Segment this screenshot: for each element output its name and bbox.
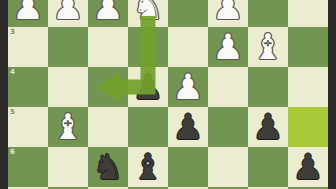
square-b5[interactable]: ♟ (248, 107, 288, 147)
square-d4[interactable]: ♟ (168, 67, 208, 107)
white-pawn-f2-piece[interactable]: ♟ (88, 0, 128, 27)
square-c7[interactable] (208, 187, 248, 189)
square-a7[interactable] (288, 187, 328, 189)
rank-label-5: 5 (10, 108, 15, 116)
square-c3[interactable]: ♟ (208, 27, 248, 67)
square-g5[interactable]: ♝ (48, 107, 88, 147)
square-g2[interactable]: ♟ (48, 0, 88, 27)
white-bishop-g5-piece[interactable]: ♝ (48, 107, 88, 147)
square-a2[interactable] (288, 0, 328, 27)
square-h7[interactable]: 7 (8, 187, 48, 189)
square-e5[interactable] (128, 107, 168, 147)
black-bishop-e6-piece[interactable]: ♝ (128, 147, 168, 187)
white-pawn-d4-piece[interactable]: ♟ (168, 67, 208, 107)
white-knight-e2-piece[interactable]: ♞ (128, 0, 168, 27)
square-d6[interactable] (168, 147, 208, 187)
black-pawn-b5-piece[interactable]: ♟ (248, 107, 288, 147)
square-d3[interactable] (168, 27, 208, 67)
white-pawn-c3-piece[interactable]: ♟ (208, 27, 248, 67)
square-d5[interactable]: ♟ (168, 107, 208, 147)
square-a6[interactable]: ♟ (288, 147, 328, 187)
square-b6[interactable] (248, 147, 288, 187)
square-f3[interactable] (88, 27, 128, 67)
black-knight-f6-piece[interactable]: ♞ (88, 147, 128, 187)
rank-label-6: 6 (10, 148, 15, 156)
square-c2[interactable]: ♟ (208, 0, 248, 27)
square-g4[interactable] (48, 67, 88, 107)
black-pawn-e4-piece[interactable]: ♟ (128, 67, 168, 107)
rank-label-4: 4 (10, 68, 15, 76)
rank-label-7: 7 (10, 188, 15, 189)
white-pawn-c2-piece[interactable]: ♟ (208, 0, 248, 27)
square-b4[interactable] (248, 67, 288, 107)
square-f6[interactable]: ♞ (88, 147, 128, 187)
square-d2[interactable] (168, 0, 208, 27)
square-h5[interactable]: 5 (8, 107, 48, 147)
square-g6[interactable] (48, 147, 88, 187)
square-f5[interactable] (88, 107, 128, 147)
square-e7[interactable] (128, 187, 168, 189)
square-a3[interactable] (288, 27, 328, 67)
square-e6[interactable]: ♝ (128, 147, 168, 187)
square-e2[interactable]: ♞ (128, 0, 168, 27)
square-c4[interactable] (208, 67, 248, 107)
rank-label-3: 3 (10, 28, 15, 36)
square-e3[interactable] (128, 27, 168, 67)
square-h2[interactable]: ♟ (8, 0, 48, 27)
square-f2[interactable]: ♟ (88, 0, 128, 27)
black-pawn-a6-piece[interactable]: ♟ (288, 147, 328, 187)
square-f4[interactable] (88, 67, 128, 107)
square-g7[interactable] (48, 187, 88, 189)
square-b7[interactable] (248, 187, 288, 189)
square-c6[interactable] (208, 147, 248, 187)
square-b3[interactable]: ♝ (248, 27, 288, 67)
square-h6[interactable]: 6 (8, 147, 48, 187)
square-h3[interactable]: 3 (8, 27, 48, 67)
white-pawn-g2-piece[interactable]: ♟ (48, 0, 88, 27)
white-pawn-h2-piece[interactable]: ♟ (8, 0, 48, 27)
square-a4[interactable] (288, 67, 328, 107)
chess-board: ♟♟♟♞♟3♟♝4♟♟5♝♟♟6♞♝♟7 (8, 0, 328, 189)
square-g3[interactable] (48, 27, 88, 67)
board-screenshot-frame: ♟♟♟♞♟3♟♝4♟♟5♝♟♟6♞♝♟7 (0, 0, 336, 189)
square-e4[interactable]: ♟ (128, 67, 168, 107)
square-a5[interactable] (288, 107, 328, 147)
black-pawn-d5-piece[interactable]: ♟ (168, 107, 208, 147)
square-f7[interactable] (88, 187, 128, 189)
square-b2[interactable] (248, 0, 288, 27)
square-c5[interactable] (208, 107, 248, 147)
square-h4[interactable]: 4 (8, 67, 48, 107)
white-bishop-b3-piece[interactable]: ♝ (248, 27, 288, 67)
square-d7[interactable] (168, 187, 208, 189)
